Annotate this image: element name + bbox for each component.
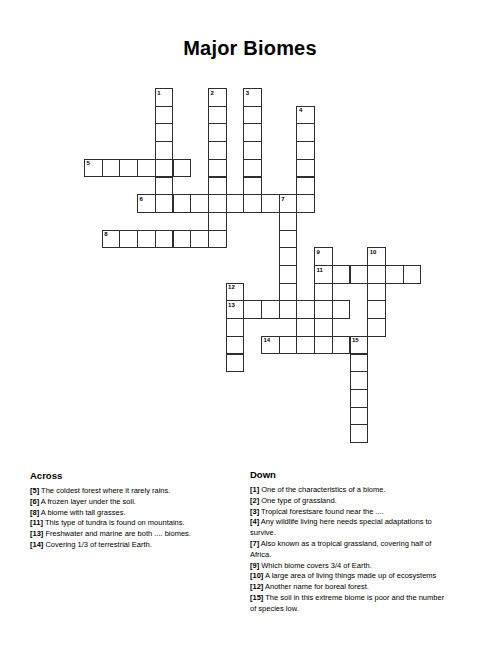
across-clue-8: [8] A biome with tall grasses. [30, 508, 246, 519]
grid-cell-r11c11[interactable] [279, 283, 298, 302]
grid-cell-r4c7[interactable] [208, 159, 227, 178]
grid-cell-r2c7[interactable] [208, 123, 227, 142]
grid-cell-r11c8[interactable]: 12 [226, 283, 245, 302]
cell-number-10: 10 [370, 249, 377, 256]
cell-number-15: 15 [352, 337, 359, 344]
grid-cell-r6c6[interactable] [190, 194, 209, 213]
grid-cell-r4c2[interactable] [119, 159, 138, 178]
grid-cell-r17c15[interactable] [350, 389, 369, 408]
clue-number: [11] [30, 518, 43, 527]
grid-cell-r4c1[interactable] [102, 159, 121, 178]
clue-number: [4] [250, 517, 259, 526]
cell-number-4: 4 [299, 107, 302, 114]
down-clue-list: [1] One of the characteristics of a biom… [250, 485, 450, 615]
grid-cell-r10c11[interactable] [279, 265, 298, 284]
clue-number: [13] [30, 529, 43, 538]
crossword-page: Major Biomes 123456789101112131415 Acros… [0, 0, 500, 647]
grid-cell-r10c14[interactable] [332, 265, 351, 284]
cell-number-6: 6 [140, 196, 143, 203]
grid-cell-r10c13[interactable]: 11 [314, 265, 333, 284]
clue-number: [10] [250, 571, 263, 580]
grid-cell-r12c9[interactable] [243, 300, 262, 319]
cell-number-7: 7 [281, 196, 284, 203]
down-clue-4: [4] Any wildlife living here needs speci… [250, 517, 450, 539]
grid-cell-r15c15[interactable] [350, 354, 369, 373]
grid-cell-r8c4[interactable] [155, 230, 174, 249]
cell-number-8: 8 [104, 231, 107, 238]
grid-cell-r9c16[interactable]: 10 [367, 247, 386, 266]
grid-cell-r6c5[interactable] [173, 194, 192, 213]
grid-cell-r4c4[interactable] [155, 159, 174, 178]
grid-cell-r5c9[interactable] [243, 177, 262, 196]
grid-cell-r8c7[interactable] [208, 230, 227, 249]
grid-cell-r14c15[interactable]: 15 [350, 336, 369, 355]
grid-cell-r1c4[interactable] [155, 106, 174, 125]
crossword-grid: 123456789101112131415 [84, 88, 422, 444]
grid-cell-r13c16[interactable] [367, 318, 386, 337]
cell-number-12: 12 [228, 284, 235, 291]
grid-cell-r2c4[interactable] [155, 123, 174, 142]
grid-cell-r16c15[interactable] [350, 371, 369, 390]
grid-cell-r14c11[interactable] [279, 336, 298, 355]
down-clue-10: [10] A large area of living things made … [250, 571, 450, 582]
grid-cell-r5c7[interactable] [208, 177, 227, 196]
grid-cell-r10c16[interactable] [367, 265, 386, 284]
grid-cell-r7c7[interactable] [208, 212, 227, 231]
down-clues-section: Down [1] One of the characteristics of a… [250, 469, 450, 615]
grid-cell-r4c0[interactable]: 5 [84, 159, 103, 178]
down-header: Down [250, 469, 450, 480]
across-header: Across [30, 470, 246, 481]
grid-cell-r6c4[interactable] [155, 194, 174, 213]
grid-cell-r8c6[interactable] [190, 230, 209, 249]
grid-cell-r10c15[interactable] [350, 265, 369, 284]
grid-cell-r1c7[interactable] [208, 106, 227, 125]
grid-cell-r12c10[interactable] [261, 300, 280, 319]
grid-cell-r14c8[interactable] [226, 336, 245, 355]
grid-cell-r8c3[interactable] [137, 230, 156, 249]
cell-number-2: 2 [210, 90, 213, 97]
grid-cell-r7c11[interactable] [279, 212, 298, 231]
cell-number-1: 1 [157, 90, 160, 97]
cell-number-3: 3 [246, 90, 249, 97]
across-clue-5: [5] The coldest forest where it rarely r… [30, 486, 246, 497]
grid-cell-r12c14[interactable] [332, 300, 351, 319]
grid-cell-r14c14[interactable] [332, 336, 351, 355]
grid-cell-r14c10[interactable]: 14 [261, 336, 280, 355]
down-clue-1: [1] One of the characteristics of a biom… [250, 485, 450, 496]
grid-cell-r10c17[interactable] [385, 265, 404, 284]
grid-cell-r11c13[interactable] [314, 283, 333, 302]
grid-cell-r6c7[interactable] [208, 194, 227, 213]
grid-cell-r10c18[interactable] [403, 265, 422, 284]
grid-cell-r8c2[interactable] [119, 230, 138, 249]
grid-cell-r19c15[interactable] [350, 424, 369, 443]
across-clue-6: [6] A frozen layer under the soil. [30, 497, 246, 508]
grid-cell-r14c12[interactable] [296, 336, 315, 355]
grid-cell-r12c8[interactable]: 13 [226, 300, 245, 319]
grid-cell-r6c3[interactable]: 6 [137, 194, 156, 213]
clue-number: [9] [250, 561, 259, 570]
clue-number: [8] [30, 508, 39, 517]
grid-cell-r4c9[interactable] [243, 159, 262, 178]
grid-cell-r12c12[interactable] [296, 300, 315, 319]
down-clue-2: [2] One type of grassland. [250, 496, 450, 507]
cell-number-14: 14 [264, 337, 271, 344]
grid-cell-r9c13[interactable]: 9 [314, 247, 333, 266]
clue-number: [7] [250, 539, 259, 548]
grid-cell-r1c12[interactable]: 4 [296, 106, 315, 125]
grid-cell-r13c12[interactable] [296, 318, 315, 337]
grid-cell-r14c13[interactable] [314, 336, 333, 355]
grid-cell-r6c8[interactable] [226, 194, 245, 213]
grid-cell-r8c11[interactable] [279, 230, 298, 249]
down-clue-7: [7] Also known as a tropical grassland, … [250, 539, 450, 561]
grid-cell-r15c8[interactable] [226, 354, 245, 373]
grid-cell-r11c16[interactable] [367, 283, 386, 302]
clue-number: [3] [250, 507, 259, 516]
clue-number: [15] [250, 593, 263, 602]
grid-cell-r18c15[interactable] [350, 407, 369, 426]
down-clue-12: [12] Another name for boreal forest. [250, 582, 450, 593]
grid-cell-r6c10[interactable] [261, 194, 280, 213]
clue-number: [5] [30, 486, 39, 495]
grid-cell-r9c11[interactable] [279, 247, 298, 266]
grid-cell-r13c8[interactable] [226, 318, 245, 337]
grid-cell-r8c5[interactable] [173, 230, 192, 249]
cell-number-11: 11 [317, 267, 323, 274]
across-clue-11: [11] This type of tundra is found on mou… [30, 518, 246, 529]
grid-cell-r3c7[interactable] [208, 141, 227, 160]
grid-cell-r2c12[interactable] [296, 123, 315, 142]
clue-number: [2] [250, 496, 259, 505]
grid-cell-r4c5[interactable] [173, 159, 192, 178]
grid-cell-r5c12[interactable] [296, 177, 315, 196]
down-clue-3: [3] Tropical forestsare found near the .… [250, 507, 450, 518]
clue-number: [14] [30, 540, 43, 549]
grid-cell-r1c9[interactable] [243, 106, 262, 125]
cell-number-5: 5 [87, 160, 90, 167]
grid-cell-r12c16[interactable] [367, 300, 386, 319]
across-clue-13: [13] Freshwater and marine are both ....… [30, 529, 246, 540]
clue-number: [1] [250, 485, 259, 494]
grid-cell-r0c9[interactable]: 3 [243, 88, 262, 107]
grid-cell-r3c4[interactable] [155, 141, 174, 160]
grid-cell-r13c13[interactable] [314, 318, 333, 337]
grid-cell-r3c12[interactable] [296, 141, 315, 160]
grid-cell-r2c9[interactable] [243, 123, 262, 142]
across-clue-list: [5] The coldest forest where it rarely r… [30, 486, 246, 551]
grid-cell-r0c7[interactable]: 2 [208, 88, 227, 107]
down-clue-9: [9] Which biome covers 3/4 of Earth. [250, 561, 450, 572]
cell-number-13: 13 [228, 302, 235, 309]
grid-cell-r8c1[interactable]: 8 [102, 230, 121, 249]
grid-cell-r6c9[interactable] [243, 194, 262, 213]
grid-cell-r5c4[interactable] [155, 177, 174, 196]
across-clue-14: [14] Covering 1/3 of terrestrial Earth. [30, 540, 246, 551]
grid-cell-r12c11[interactable] [279, 300, 298, 319]
grid-cell-r6c11[interactable]: 7 [279, 194, 298, 213]
grid-cell-r0c4[interactable]: 1 [155, 88, 174, 107]
down-clue-15: [15] The soil in this extreme biome is p… [250, 593, 450, 615]
grid-cell-r4c12[interactable] [296, 159, 315, 178]
grid-cell-r4c3[interactable] [137, 159, 156, 178]
grid-cell-r3c9[interactable] [243, 141, 262, 160]
grid-cell-r12c13[interactable] [314, 300, 333, 319]
grid-cell-r6c12[interactable] [296, 194, 315, 213]
clue-number: [12] [250, 582, 263, 591]
across-clues-section: Across [5] The coldest forest where it r… [30, 470, 246, 551]
clue-number: [6] [30, 497, 39, 506]
puzzle-title: Major Biomes [0, 37, 500, 60]
cell-number-9: 9 [317, 249, 320, 256]
